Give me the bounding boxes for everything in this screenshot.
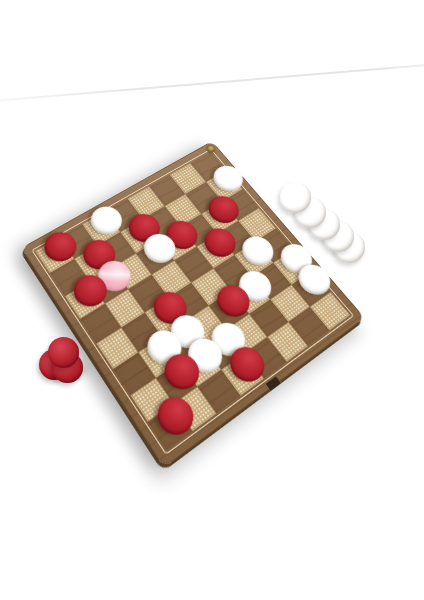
background-seam-line — [0, 63, 424, 102]
board-wood-face — [21, 141, 365, 468]
product-photo-stage — [0, 0, 424, 600]
off-board-red-piece[interactable] — [48, 337, 79, 368]
off-board-white-piece[interactable] — [280, 182, 311, 213]
checkers-board — [21, 141, 365, 468]
